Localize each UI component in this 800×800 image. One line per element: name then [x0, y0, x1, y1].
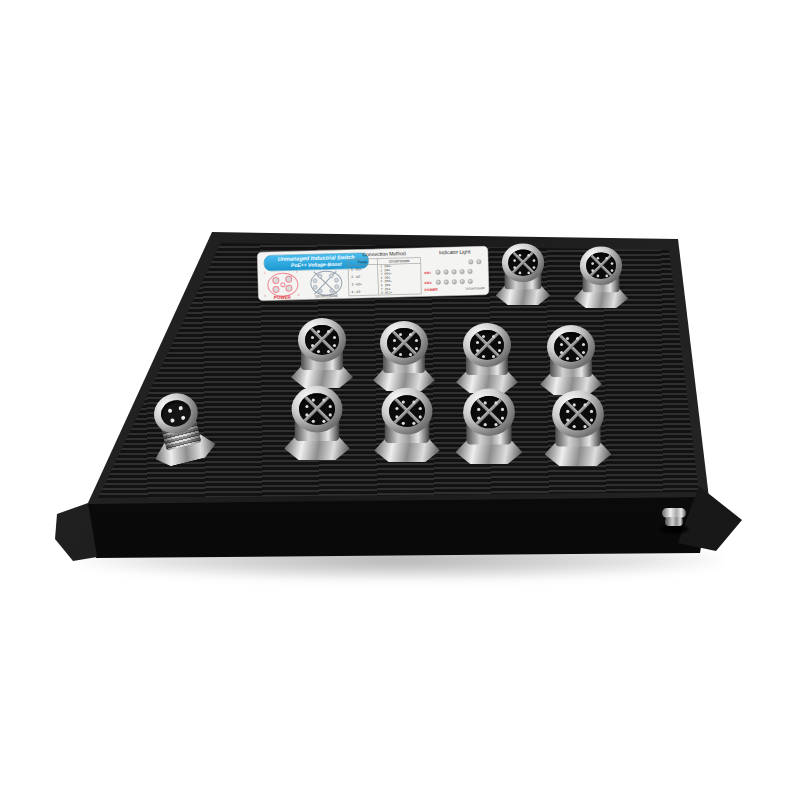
connector-pin	[168, 408, 173, 413]
connector-pin	[476, 349, 479, 352]
connector-pin	[566, 357, 569, 360]
connector-pin	[513, 259, 516, 262]
connector-pin	[576, 357, 579, 360]
power-pin-column: Power 1 - V1+ 2 - V2- 3 - V2+ 4 - V1-	[348, 259, 378, 296]
connector-pin	[329, 405, 332, 408]
connector-pin	[501, 417, 504, 420]
connector-pin	[484, 423, 487, 426]
connector-pin	[399, 353, 402, 356]
connector-pin	[170, 418, 175, 423]
connector-pin	[492, 355, 495, 358]
connector-pin	[419, 415, 422, 418]
connector-pin	[513, 266, 516, 269]
led-row-1: PW1	[424, 267, 486, 278]
m12-port-8	[543, 390, 612, 466]
connector-pin	[498, 341, 501, 344]
connector-pin	[573, 425, 576, 428]
connector-pin	[519, 272, 522, 275]
indicator-led	[468, 279, 473, 284]
indicator-footer: POWER 10/100/1000M	[425, 287, 487, 292]
connector-pin	[317, 330, 320, 333]
connector-pin	[605, 257, 608, 260]
m12-port-2	[372, 321, 436, 391]
connector-pin	[527, 272, 530, 275]
connector-pin	[560, 343, 563, 346]
connector-pin	[181, 415, 186, 420]
connector-pin	[333, 336, 336, 339]
connector-pin	[409, 353, 412, 356]
connector-pin	[611, 262, 614, 265]
indicator-light-title: Indicator Light	[424, 249, 486, 257]
indicator-led	[468, 259, 473, 264]
connector-pin	[533, 259, 536, 262]
m12-port-1	[290, 318, 354, 388]
connector-pin	[327, 330, 330, 333]
m12-port-6	[373, 388, 441, 462]
indicator-led	[452, 269, 457, 274]
connector-pin	[477, 408, 480, 411]
m12-port-10	[573, 246, 629, 308]
connector-pin	[611, 269, 614, 272]
led-row-2: PW2	[424, 277, 486, 288]
indicator-light-panel: Indicator Light PW1 PW2 POWER 10/100/100…	[424, 249, 487, 295]
connector-pin	[311, 336, 314, 339]
uplink-led-pair	[467, 257, 483, 266]
connector-pin	[322, 420, 325, 423]
connector-pin	[409, 333, 412, 336]
connector-pin	[484, 401, 487, 404]
m12-port-7	[454, 388, 523, 464]
connector-pin	[566, 337, 569, 340]
indicator-led	[460, 269, 465, 274]
indicator-led	[452, 279, 457, 284]
connector-pin	[582, 351, 585, 354]
connector-pin	[333, 344, 336, 347]
data-pin-column: 10/100/1000M 1 - DA1+ 2 - DA1- 3 - DB1+ …	[378, 258, 421, 295]
connector-pin	[566, 410, 569, 413]
connector-pin	[179, 406, 184, 411]
connector-pin	[412, 401, 415, 404]
connector-pin	[399, 333, 402, 336]
connector-pin	[395, 415, 398, 418]
data-pinout-diagram	[310, 270, 343, 296]
ground-screw	[658, 506, 692, 538]
connector-pin	[402, 422, 405, 425]
m12-port-3	[455, 323, 519, 393]
connector-pin	[412, 422, 415, 425]
connector-pin	[573, 403, 576, 406]
power-pinout-diagram: 1 2 3 4	[267, 272, 299, 297]
product-label: Unmanaged Industrial Switch PoE++ Voltag…	[257, 246, 489, 301]
indicator-led	[468, 269, 473, 274]
indicator-led	[436, 280, 441, 285]
connector-pin	[560, 351, 563, 354]
connector-pin	[566, 419, 569, 422]
indicator-led	[444, 269, 449, 274]
connector-pin	[597, 275, 600, 278]
connector-pin	[415, 347, 418, 350]
connector-pin	[402, 401, 405, 404]
connector-pin	[583, 403, 586, 406]
indicator-led	[476, 259, 481, 264]
m12-port-4	[539, 325, 603, 395]
connector-pin	[311, 344, 314, 347]
indicator-led	[436, 270, 441, 275]
connector-pin	[395, 407, 398, 410]
connector-pin	[498, 349, 501, 352]
connector-pin	[590, 419, 593, 422]
connector-pin	[482, 355, 485, 358]
connector-pin	[312, 399, 315, 402]
connector-pin	[597, 257, 600, 260]
connector-pin	[527, 254, 530, 257]
connector-pin	[583, 425, 586, 428]
connector-pin	[519, 254, 522, 257]
m12-port-9	[495, 243, 551, 305]
connector-pin	[591, 269, 594, 272]
connector-pin	[482, 335, 485, 338]
connector-pin	[419, 407, 422, 410]
connector-pin	[415, 339, 418, 342]
data-diagram-caption: 10/100/1000M	[305, 294, 348, 299]
connector-pin	[477, 417, 480, 420]
connector-pin	[492, 335, 495, 338]
connector-pin	[393, 339, 396, 342]
connector-pin	[305, 413, 308, 416]
connector-pin	[476, 341, 479, 344]
connection-method-table: Connection Method Power 1 - V1+ 2 - V2- …	[348, 250, 422, 296]
connector-pin	[317, 350, 320, 353]
m12-port-5	[283, 386, 351, 460]
indicator-led	[444, 279, 449, 284]
connector-pin	[501, 408, 504, 411]
power-diagram-caption: POWER	[266, 294, 299, 300]
connector-pin	[329, 413, 332, 416]
connector-pin	[312, 420, 315, 423]
connector-pin	[327, 350, 330, 353]
connector-pin	[576, 337, 579, 340]
connector-pin	[590, 410, 593, 413]
connector-pin	[393, 347, 396, 350]
indicator-led	[460, 279, 465, 284]
connector-pin	[582, 343, 585, 346]
connector-pin	[494, 401, 497, 404]
connector-pin	[533, 266, 536, 269]
connector-pin	[605, 275, 608, 278]
connector-pin	[322, 399, 325, 402]
connector-pin	[494, 423, 497, 426]
product-photo: Unmanaged Industrial Switch PoE++ Voltag…	[0, 0, 800, 800]
connector-pin	[591, 262, 594, 265]
connector-pin	[305, 405, 308, 408]
